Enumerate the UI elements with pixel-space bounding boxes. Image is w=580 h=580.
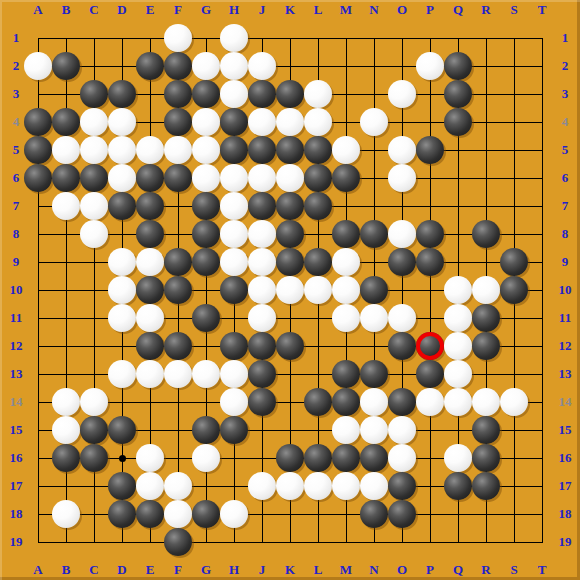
point-O11[interactable] [388, 304, 416, 332]
point-A15[interactable] [24, 416, 52, 444]
point-G1[interactable] [192, 24, 220, 52]
point-S18[interactable] [500, 500, 528, 528]
point-N5[interactable] [360, 136, 388, 164]
point-D19[interactable] [108, 528, 136, 556]
point-D15[interactable] [108, 416, 136, 444]
point-O12[interactable] [388, 332, 416, 360]
point-J9[interactable] [248, 248, 276, 276]
point-G5[interactable] [192, 136, 220, 164]
point-T2[interactable] [528, 52, 556, 80]
point-L15[interactable] [304, 416, 332, 444]
point-J11[interactable] [248, 304, 276, 332]
point-S9[interactable] [500, 248, 528, 276]
point-R16[interactable] [472, 444, 500, 472]
point-T8[interactable] [528, 220, 556, 248]
point-Q11[interactable] [444, 304, 472, 332]
point-H1[interactable] [220, 24, 248, 52]
point-F16[interactable] [164, 444, 192, 472]
point-Q8[interactable] [444, 220, 472, 248]
point-G9[interactable] [192, 248, 220, 276]
point-P2[interactable] [416, 52, 444, 80]
point-J2[interactable] [248, 52, 276, 80]
point-F14[interactable] [164, 388, 192, 416]
point-O17[interactable] [388, 472, 416, 500]
point-R12[interactable] [472, 332, 500, 360]
point-Q6[interactable] [444, 164, 472, 192]
point-M10[interactable] [332, 276, 360, 304]
point-A9[interactable] [24, 248, 52, 276]
point-G2[interactable] [192, 52, 220, 80]
point-M19[interactable] [332, 528, 360, 556]
point-D13[interactable] [108, 360, 136, 388]
point-T13[interactable] [528, 360, 556, 388]
point-Q4[interactable] [444, 108, 472, 136]
point-A19[interactable] [24, 528, 52, 556]
point-L11[interactable] [304, 304, 332, 332]
point-Q5[interactable] [444, 136, 472, 164]
point-O5[interactable] [388, 136, 416, 164]
point-P11[interactable] [416, 304, 444, 332]
point-D4[interactable] [108, 108, 136, 136]
point-M15[interactable] [332, 416, 360, 444]
point-Q9[interactable] [444, 248, 472, 276]
point-J19[interactable] [248, 528, 276, 556]
point-A17[interactable] [24, 472, 52, 500]
point-J6[interactable] [248, 164, 276, 192]
point-C16[interactable] [80, 444, 108, 472]
point-O13[interactable] [388, 360, 416, 388]
point-F12[interactable] [164, 332, 192, 360]
point-M9[interactable] [332, 248, 360, 276]
point-O16[interactable] [388, 444, 416, 472]
point-L1[interactable] [304, 24, 332, 52]
point-L9[interactable] [304, 248, 332, 276]
point-C6[interactable] [80, 164, 108, 192]
point-E4[interactable] [136, 108, 164, 136]
point-L2[interactable] [304, 52, 332, 80]
point-M8[interactable] [332, 220, 360, 248]
point-P7[interactable] [416, 192, 444, 220]
point-O9[interactable] [388, 248, 416, 276]
point-B12[interactable] [52, 332, 80, 360]
point-O14[interactable] [388, 388, 416, 416]
point-T17[interactable] [528, 472, 556, 500]
point-B10[interactable] [52, 276, 80, 304]
point-A16[interactable] [24, 444, 52, 472]
point-G16[interactable] [192, 444, 220, 472]
point-R5[interactable] [472, 136, 500, 164]
point-N11[interactable] [360, 304, 388, 332]
point-G10[interactable] [192, 276, 220, 304]
point-F11[interactable] [164, 304, 192, 332]
point-L18[interactable] [304, 500, 332, 528]
point-S5[interactable] [500, 136, 528, 164]
point-M2[interactable] [332, 52, 360, 80]
point-P14[interactable] [416, 388, 444, 416]
point-G3[interactable] [192, 80, 220, 108]
point-T15[interactable] [528, 416, 556, 444]
point-G12[interactable] [192, 332, 220, 360]
point-N18[interactable] [360, 500, 388, 528]
point-R9[interactable] [472, 248, 500, 276]
point-G14[interactable] [192, 388, 220, 416]
point-L12[interactable] [304, 332, 332, 360]
point-G13[interactable] [192, 360, 220, 388]
point-K11[interactable] [276, 304, 304, 332]
point-L16[interactable] [304, 444, 332, 472]
point-R8[interactable] [472, 220, 500, 248]
point-S13[interactable] [500, 360, 528, 388]
point-D1[interactable] [108, 24, 136, 52]
point-P17[interactable] [416, 472, 444, 500]
point-B4[interactable] [52, 108, 80, 136]
point-D14[interactable] [108, 388, 136, 416]
point-K8[interactable] [276, 220, 304, 248]
point-C8[interactable] [80, 220, 108, 248]
point-J4[interactable] [248, 108, 276, 136]
point-F10[interactable] [164, 276, 192, 304]
point-R7[interactable] [472, 192, 500, 220]
point-N16[interactable] [360, 444, 388, 472]
point-T19[interactable] [528, 528, 556, 556]
point-L14[interactable] [304, 388, 332, 416]
point-H6[interactable] [220, 164, 248, 192]
point-A7[interactable] [24, 192, 52, 220]
point-E13[interactable] [136, 360, 164, 388]
point-K17[interactable] [276, 472, 304, 500]
point-J1[interactable] [248, 24, 276, 52]
point-P4[interactable] [416, 108, 444, 136]
point-P8[interactable] [416, 220, 444, 248]
point-P9[interactable] [416, 248, 444, 276]
point-J7[interactable] [248, 192, 276, 220]
point-M7[interactable] [332, 192, 360, 220]
point-O15[interactable] [388, 416, 416, 444]
point-R6[interactable] [472, 164, 500, 192]
point-H9[interactable] [220, 248, 248, 276]
point-R14[interactable] [472, 388, 500, 416]
point-A1[interactable] [24, 24, 52, 52]
point-E9[interactable] [136, 248, 164, 276]
point-O4[interactable] [388, 108, 416, 136]
point-K6[interactable] [276, 164, 304, 192]
point-L13[interactable] [304, 360, 332, 388]
point-S10[interactable] [500, 276, 528, 304]
point-H3[interactable] [220, 80, 248, 108]
point-D9[interactable] [108, 248, 136, 276]
point-L17[interactable] [304, 472, 332, 500]
point-G6[interactable] [192, 164, 220, 192]
point-N14[interactable] [360, 388, 388, 416]
point-N8[interactable] [360, 220, 388, 248]
point-B1[interactable] [52, 24, 80, 52]
point-Q16[interactable] [444, 444, 472, 472]
point-C18[interactable] [80, 500, 108, 528]
point-H14[interactable] [220, 388, 248, 416]
point-T4[interactable] [528, 108, 556, 136]
point-L4[interactable] [304, 108, 332, 136]
point-H13[interactable] [220, 360, 248, 388]
point-S4[interactable] [500, 108, 528, 136]
point-S1[interactable] [500, 24, 528, 52]
point-P19[interactable] [416, 528, 444, 556]
point-C14[interactable] [80, 388, 108, 416]
point-O6[interactable] [388, 164, 416, 192]
point-C15[interactable] [80, 416, 108, 444]
point-E12[interactable] [136, 332, 164, 360]
point-C11[interactable] [80, 304, 108, 332]
point-H19[interactable] [220, 528, 248, 556]
point-N10[interactable] [360, 276, 388, 304]
point-M6[interactable] [332, 164, 360, 192]
point-G8[interactable] [192, 220, 220, 248]
point-T3[interactable] [528, 80, 556, 108]
point-M16[interactable] [332, 444, 360, 472]
point-M13[interactable] [332, 360, 360, 388]
point-T1[interactable] [528, 24, 556, 52]
point-J13[interactable] [248, 360, 276, 388]
point-G19[interactable] [192, 528, 220, 556]
point-S16[interactable] [500, 444, 528, 472]
point-C7[interactable] [80, 192, 108, 220]
point-R10[interactable] [472, 276, 500, 304]
point-P16[interactable] [416, 444, 444, 472]
point-A3[interactable] [24, 80, 52, 108]
point-N1[interactable] [360, 24, 388, 52]
point-L8[interactable] [304, 220, 332, 248]
point-M3[interactable] [332, 80, 360, 108]
point-D17[interactable] [108, 472, 136, 500]
point-S7[interactable] [500, 192, 528, 220]
point-G17[interactable] [192, 472, 220, 500]
point-R2[interactable] [472, 52, 500, 80]
point-H8[interactable] [220, 220, 248, 248]
point-K1[interactable] [276, 24, 304, 52]
point-K2[interactable] [276, 52, 304, 80]
point-O10[interactable] [388, 276, 416, 304]
point-T10[interactable] [528, 276, 556, 304]
point-J12[interactable] [248, 332, 276, 360]
point-C17[interactable] [80, 472, 108, 500]
point-A5[interactable] [24, 136, 52, 164]
point-G15[interactable] [192, 416, 220, 444]
point-C13[interactable] [80, 360, 108, 388]
point-B11[interactable] [52, 304, 80, 332]
point-C12[interactable] [80, 332, 108, 360]
point-M1[interactable] [332, 24, 360, 52]
point-H7[interactable] [220, 192, 248, 220]
point-S17[interactable] [500, 472, 528, 500]
point-D7[interactable] [108, 192, 136, 220]
point-L6[interactable] [304, 164, 332, 192]
point-N13[interactable] [360, 360, 388, 388]
point-E18[interactable] [136, 500, 164, 528]
point-H10[interactable] [220, 276, 248, 304]
point-B15[interactable] [52, 416, 80, 444]
point-M14[interactable] [332, 388, 360, 416]
point-Q19[interactable] [444, 528, 472, 556]
point-C19[interactable] [80, 528, 108, 556]
point-T12[interactable] [528, 332, 556, 360]
point-B6[interactable] [52, 164, 80, 192]
point-M4[interactable] [332, 108, 360, 136]
point-T18[interactable] [528, 500, 556, 528]
point-J8[interactable] [248, 220, 276, 248]
point-E3[interactable] [136, 80, 164, 108]
point-E1[interactable] [136, 24, 164, 52]
point-T9[interactable] [528, 248, 556, 276]
point-R4[interactable] [472, 108, 500, 136]
point-T14[interactable] [528, 388, 556, 416]
point-R17[interactable] [472, 472, 500, 500]
point-Q15[interactable] [444, 416, 472, 444]
point-D6[interactable] [108, 164, 136, 192]
point-A18[interactable] [24, 500, 52, 528]
point-J17[interactable] [248, 472, 276, 500]
point-A4[interactable] [24, 108, 52, 136]
point-T11[interactable] [528, 304, 556, 332]
point-D8[interactable] [108, 220, 136, 248]
point-B14[interactable] [52, 388, 80, 416]
point-T16[interactable] [528, 444, 556, 472]
point-T5[interactable] [528, 136, 556, 164]
point-Q1[interactable] [444, 24, 472, 52]
point-K5[interactable] [276, 136, 304, 164]
point-L5[interactable] [304, 136, 332, 164]
point-E15[interactable] [136, 416, 164, 444]
point-A2[interactable] [24, 52, 52, 80]
point-E7[interactable] [136, 192, 164, 220]
point-E17[interactable] [136, 472, 164, 500]
point-N12[interactable] [360, 332, 388, 360]
point-F8[interactable] [164, 220, 192, 248]
point-G11[interactable] [192, 304, 220, 332]
point-R3[interactable] [472, 80, 500, 108]
point-P12[interactable] [416, 332, 444, 360]
point-C5[interactable] [80, 136, 108, 164]
point-K18[interactable] [276, 500, 304, 528]
point-C4[interactable] [80, 108, 108, 136]
point-L19[interactable] [304, 528, 332, 556]
point-G7[interactable] [192, 192, 220, 220]
point-D3[interactable] [108, 80, 136, 108]
point-O18[interactable] [388, 500, 416, 528]
point-F1[interactable] [164, 24, 192, 52]
point-N19[interactable] [360, 528, 388, 556]
point-E16[interactable] [136, 444, 164, 472]
point-T7[interactable] [528, 192, 556, 220]
point-J14[interactable] [248, 388, 276, 416]
point-S12[interactable] [500, 332, 528, 360]
point-H4[interactable] [220, 108, 248, 136]
point-H16[interactable] [220, 444, 248, 472]
point-K10[interactable] [276, 276, 304, 304]
point-R1[interactable] [472, 24, 500, 52]
point-N3[interactable] [360, 80, 388, 108]
point-K16[interactable] [276, 444, 304, 472]
point-B2[interactable] [52, 52, 80, 80]
point-K7[interactable] [276, 192, 304, 220]
point-S14[interactable] [500, 388, 528, 416]
point-M17[interactable] [332, 472, 360, 500]
point-S3[interactable] [500, 80, 528, 108]
point-L3[interactable] [304, 80, 332, 108]
point-H11[interactable] [220, 304, 248, 332]
point-C1[interactable] [80, 24, 108, 52]
point-H18[interactable] [220, 500, 248, 528]
point-B16[interactable] [52, 444, 80, 472]
point-N6[interactable] [360, 164, 388, 192]
point-P5[interactable] [416, 136, 444, 164]
point-Q7[interactable] [444, 192, 472, 220]
point-J18[interactable] [248, 500, 276, 528]
point-D11[interactable] [108, 304, 136, 332]
point-F3[interactable] [164, 80, 192, 108]
point-P6[interactable] [416, 164, 444, 192]
point-P10[interactable] [416, 276, 444, 304]
point-M11[interactable] [332, 304, 360, 332]
point-D16[interactable] [108, 444, 136, 472]
point-A14[interactable] [24, 388, 52, 416]
point-K13[interactable] [276, 360, 304, 388]
point-E10[interactable] [136, 276, 164, 304]
point-F6[interactable] [164, 164, 192, 192]
point-O1[interactable] [388, 24, 416, 52]
point-Q18[interactable] [444, 500, 472, 528]
point-K4[interactable] [276, 108, 304, 136]
point-D18[interactable] [108, 500, 136, 528]
point-C9[interactable] [80, 248, 108, 276]
point-H17[interactable] [220, 472, 248, 500]
point-K3[interactable] [276, 80, 304, 108]
point-K19[interactable] [276, 528, 304, 556]
point-F19[interactable] [164, 528, 192, 556]
point-F4[interactable] [164, 108, 192, 136]
point-L10[interactable] [304, 276, 332, 304]
point-P1[interactable] [416, 24, 444, 52]
point-Q12[interactable] [444, 332, 472, 360]
point-S19[interactable] [500, 528, 528, 556]
point-E14[interactable] [136, 388, 164, 416]
point-B9[interactable] [52, 248, 80, 276]
point-O3[interactable] [388, 80, 416, 108]
point-Q17[interactable] [444, 472, 472, 500]
point-S11[interactable] [500, 304, 528, 332]
point-N2[interactable] [360, 52, 388, 80]
point-J10[interactable] [248, 276, 276, 304]
point-N9[interactable] [360, 248, 388, 276]
point-C2[interactable] [80, 52, 108, 80]
point-R13[interactable] [472, 360, 500, 388]
point-H15[interactable] [220, 416, 248, 444]
point-R19[interactable] [472, 528, 500, 556]
point-E8[interactable] [136, 220, 164, 248]
point-E19[interactable] [136, 528, 164, 556]
point-D2[interactable] [108, 52, 136, 80]
point-R18[interactable] [472, 500, 500, 528]
point-J3[interactable] [248, 80, 276, 108]
point-G18[interactable] [192, 500, 220, 528]
point-J5[interactable] [248, 136, 276, 164]
point-E6[interactable] [136, 164, 164, 192]
point-D12[interactable] [108, 332, 136, 360]
point-F18[interactable] [164, 500, 192, 528]
point-A11[interactable] [24, 304, 52, 332]
point-L7[interactable] [304, 192, 332, 220]
point-E5[interactable] [136, 136, 164, 164]
point-H2[interactable] [220, 52, 248, 80]
point-F2[interactable] [164, 52, 192, 80]
